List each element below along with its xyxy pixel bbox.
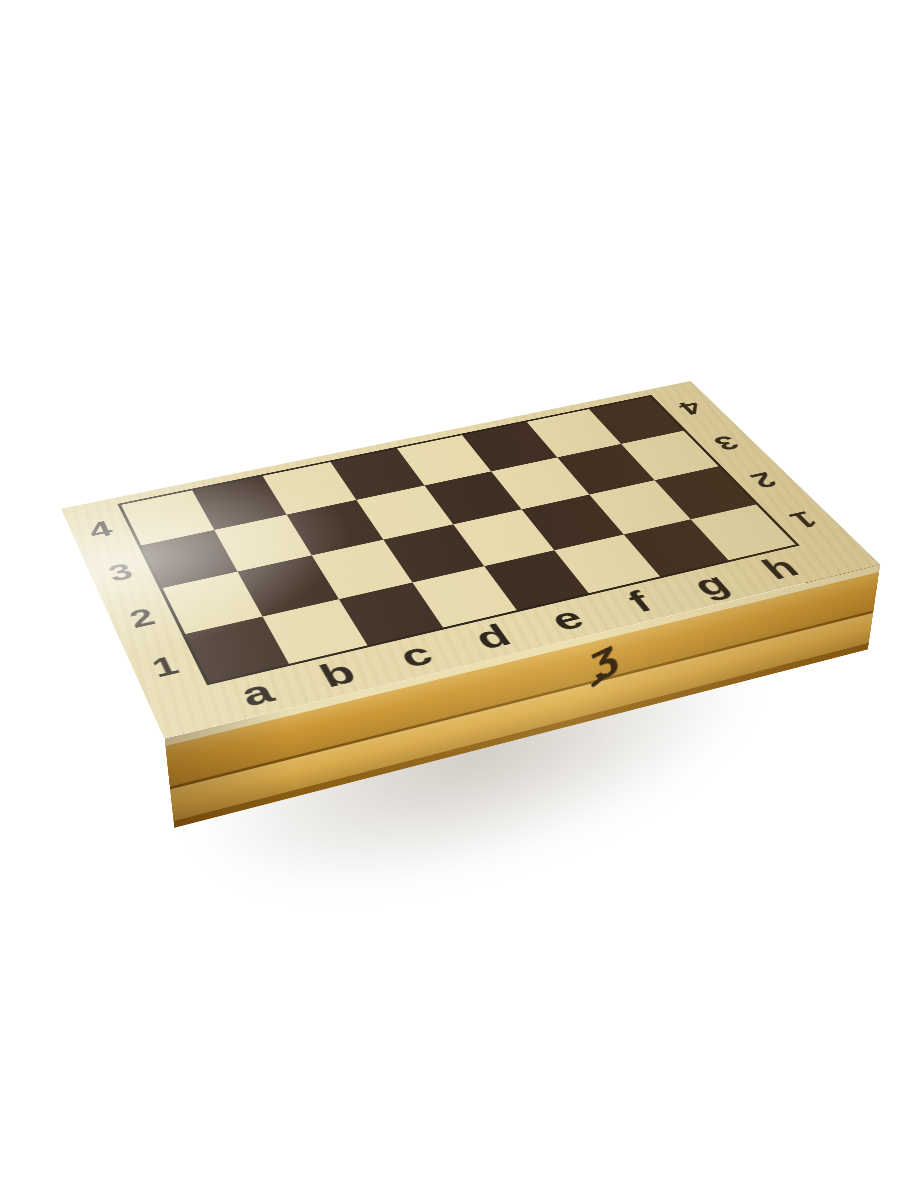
product-photo: 4321 4321 abcdefgh ʒ	[0, 0, 900, 1200]
rank-label-right-1: 1	[783, 506, 824, 532]
file-label-c: c	[392, 635, 440, 675]
rank-label-right-3: 3	[707, 431, 745, 454]
rank-label-left-2: 2	[125, 603, 159, 633]
file-label-a: a	[234, 672, 281, 714]
file-label-e: e	[542, 600, 592, 638]
rank-label-left-4: 4	[85, 517, 117, 544]
rank-label-right-4: 4	[673, 396, 709, 418]
file-label-h: h	[753, 550, 807, 586]
rank-label-left-3: 3	[104, 558, 137, 586]
file-label-d: d	[467, 617, 519, 656]
rank-label-right-2: 2	[744, 467, 783, 492]
file-label-g: g	[684, 566, 738, 603]
file-label-f: f	[620, 584, 661, 619]
scene: 4321 4321 abcdefgh ʒ	[0, 0, 900, 1200]
file-label-b: b	[312, 653, 362, 695]
chess-box: 4321 4321 abcdefgh ʒ	[72, 459, 868, 828]
rank-label-left-1: 1	[147, 651, 183, 683]
